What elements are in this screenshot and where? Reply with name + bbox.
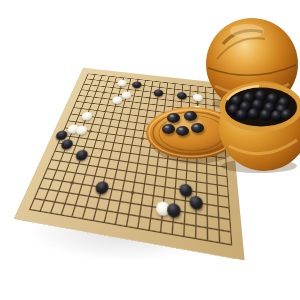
bowl-black-stone xyxy=(260,109,272,121)
bowl-black-stone xyxy=(236,109,248,121)
captured-black-stone xyxy=(167,113,180,123)
captured-black-stone xyxy=(184,111,197,121)
black-stone xyxy=(176,91,186,99)
star-point xyxy=(148,96,151,98)
closed-bowl-gloss xyxy=(230,24,264,38)
white-stone xyxy=(111,95,123,104)
white-stone xyxy=(120,91,131,99)
captured-black-stone xyxy=(162,124,175,134)
white-stone xyxy=(155,200,170,216)
scene xyxy=(0,0,300,300)
star-point xyxy=(130,190,134,194)
captured-black-stone xyxy=(176,126,189,136)
black-stone xyxy=(153,89,164,97)
black-stone-bowl-open xyxy=(219,76,300,174)
star-point xyxy=(102,91,105,93)
black-stone xyxy=(74,149,89,161)
black-stone xyxy=(178,182,191,197)
black-stone xyxy=(131,81,142,89)
star-point xyxy=(194,200,198,204)
star-point xyxy=(70,180,74,184)
bowl-black-stone xyxy=(248,108,260,120)
black-stone xyxy=(54,130,68,141)
captured-black-stone xyxy=(191,123,204,133)
white-stone xyxy=(192,93,202,101)
black-stone xyxy=(59,138,74,149)
black-stone xyxy=(189,194,202,210)
black-stone xyxy=(94,180,110,194)
white-stone xyxy=(80,111,93,120)
black-stone xyxy=(166,202,180,218)
white-stone xyxy=(116,79,127,87)
star-point xyxy=(88,129,92,132)
